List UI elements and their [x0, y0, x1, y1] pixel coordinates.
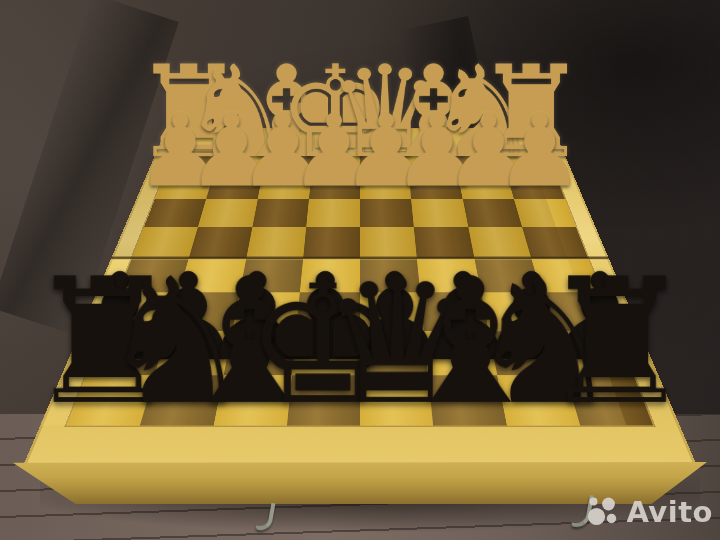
square-a2[interactable]: ♟: [506, 174, 565, 199]
watermark: Avito: [584, 494, 713, 530]
square-a8[interactable]: ♜: [565, 375, 653, 425]
board-scene: ♜♞♝♚♛♝♞♜♟♟♟♟♟♟♟♟♟♟♟♟♟♟♟♟♜♞♝♚♛♝♞♜: [0, 0, 720, 540]
chess-board: ♜♞♝♚♛♝♞♜♟♟♟♟♟♟♟♟♟♟♟♟♟♟♟♟♜♞♝♚♛♝♞♜: [67, 151, 653, 425]
watermark-text: Avito: [626, 495, 713, 529]
photo-stage: ♜♞♝♚♛♝♞♜♟♟♟♟♟♟♟♟♟♟♟♟♟♟♟♟♜♞♝♚♛♝♞♜ Avito: [0, 0, 720, 540]
avito-logo-icon: [584, 494, 620, 530]
chess-board-frame: ♜♞♝♚♛♝♞♜♟♟♟♟♟♟♟♟♟♟♟♟♟♟♟♟♜♞♝♚♛♝♞♜: [23, 128, 697, 466]
piece-black-rook[interactable]: ♜: [540, 255, 695, 428]
piece-white-pawn[interactable]: ♟: [495, 101, 585, 201]
